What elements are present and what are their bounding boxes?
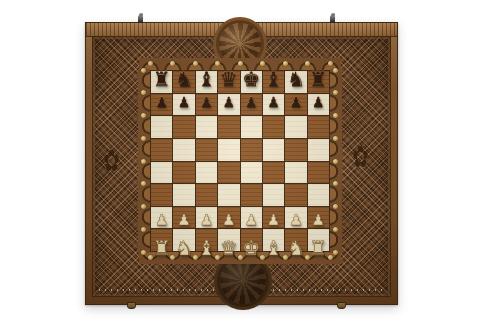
white-pawn: ♟ [200,213,213,228]
square-c7[interactable]: ♟ [196,94,217,116]
black-king: ♚ [242,69,260,89]
brass-pin [141,136,146,141]
rosette-carving-bottom [220,258,266,304]
hinge-icon [330,15,335,23]
brass-pin [260,61,265,66]
brass-pin [193,61,198,66]
square-b5[interactable] [173,139,194,161]
square-b6[interactable] [173,116,194,138]
black-pawn: ♟ [200,95,213,109]
square-c4[interactable] [196,162,217,184]
brass-pin [141,159,146,164]
square-e2[interactable]: ♟ [241,207,262,229]
black-pawn: ♟ [245,95,258,109]
square-d6[interactable] [218,116,239,138]
brass-pin [141,250,146,255]
square-g6[interactable] [285,116,306,138]
square-e7[interactable]: ♟ [241,94,262,116]
palmette-carving-left: ✿ [103,145,120,175]
square-g1[interactable]: ♞ [285,229,306,251]
square-d5[interactable] [218,139,239,161]
square-a8[interactable]: ♜ [151,71,172,93]
brass-pin [333,204,338,209]
square-d4[interactable] [218,162,239,184]
white-queen: ♛ [220,238,238,258]
white-rook: ♜ [153,238,171,258]
square-f7[interactable]: ♟ [263,94,284,116]
chess-grid: ♜♞♝♛♚♝♞♜♟♟♟♟♟♟♟♟♟♟♟♟♟♟♟♟♜♞♝♛♚♝♞♜ [150,70,330,252]
square-h6[interactable] [308,116,329,138]
square-e4[interactable] [241,162,262,184]
white-pawn: ♟ [267,213,280,228]
white-pawn: ♟ [289,213,302,228]
square-g3[interactable] [285,184,306,206]
square-h1[interactable]: ♜ [308,229,329,251]
black-knight: ♞ [287,69,305,89]
clasp-icon [127,302,136,309]
chess-board-box: ✿ ✿ ♜♞♝♛♚♝♞♜♟♟♟♟♟♟♟♟♟♟♟♟♟♟♟♟♜♞♝♛♚♝♞♜ [85,22,398,305]
brass-pin [283,61,288,66]
square-b7[interactable]: ♟ [173,94,194,116]
white-knight: ♞ [287,238,305,258]
square-c2[interactable]: ♟ [196,207,217,229]
square-h2[interactable]: ♟ [308,207,329,229]
brass-pin [170,61,175,66]
square-h3[interactable] [308,184,329,206]
square-c5[interactable] [196,139,217,161]
palmette-carving-right: ✿ [352,141,369,171]
brass-pin [141,204,146,209]
square-f4[interactable] [263,162,284,184]
black-rook: ♜ [309,69,327,89]
white-bishop: ♝ [197,238,215,258]
square-f8[interactable]: ♝ [263,71,284,93]
square-g2[interactable]: ♟ [285,207,306,229]
black-pawn: ♟ [155,95,168,109]
black-pawn: ♟ [267,95,280,109]
brass-pin [141,113,146,118]
brass-pin [328,255,333,260]
black-queen: ♛ [220,69,238,89]
square-f3[interactable] [263,184,284,206]
square-d7[interactable]: ♟ [218,94,239,116]
white-king: ♚ [242,238,260,258]
black-rook: ♜ [153,69,171,89]
square-b1[interactable]: ♞ [173,229,194,251]
hinge-icon [138,15,143,23]
square-e6[interactable] [241,116,262,138]
square-h7[interactable]: ♟ [308,94,329,116]
brass-pin [141,227,146,232]
square-a7[interactable]: ♟ [151,94,172,116]
brass-pin [333,113,338,118]
square-a6[interactable] [151,116,172,138]
square-f1[interactable]: ♝ [263,229,284,251]
square-g4[interactable] [285,162,306,184]
square-a1[interactable]: ♜ [151,229,172,251]
square-g7[interactable]: ♟ [285,94,306,116]
square-d3[interactable] [218,184,239,206]
square-a4[interactable] [151,162,172,184]
brass-pin [238,61,243,66]
square-e3[interactable] [241,184,262,206]
square-c3[interactable] [196,184,217,206]
brass-pin [141,68,146,73]
black-pawn: ♟ [312,95,325,109]
square-a2[interactable]: ♟ [151,207,172,229]
black-pawn: ♟ [290,95,303,109]
white-pawn: ♟ [244,213,257,228]
white-pawn: ♟ [155,213,168,228]
square-c1[interactable]: ♝ [196,229,217,251]
brass-pin [333,68,338,73]
square-h5[interactable] [308,139,329,161]
black-pawn: ♟ [223,95,236,109]
square-d1[interactable]: ♛ [218,229,239,251]
brass-pin [333,136,338,141]
square-b3[interactable] [173,184,194,206]
white-knight: ♞ [175,238,193,258]
square-a3[interactable] [151,184,172,206]
square-f2[interactable]: ♟ [263,207,284,229]
black-bishop: ♝ [197,69,215,89]
brass-pin [333,250,338,255]
square-a5[interactable] [151,139,172,161]
square-b2[interactable]: ♟ [173,207,194,229]
black-knight: ♞ [175,69,193,89]
white-pawn: ♟ [177,213,190,228]
square-h4[interactable] [308,162,329,184]
brass-pin [333,159,338,164]
product-photo-canvas: ✿ ✿ ♜♞♝♛♚♝♞♜♟♟♟♟♟♟♟♟♟♟♟♟♟♟♟♟♜♞♝♛♚♝♞♜ [0,0,480,320]
square-b4[interactable] [173,162,194,184]
square-g8[interactable]: ♞ [285,71,306,93]
brass-pin [333,227,338,232]
white-pawn: ♟ [312,213,325,228]
square-c8[interactable]: ♝ [196,71,217,93]
white-bishop: ♝ [265,238,283,258]
white-rook: ♜ [309,238,327,258]
square-h8[interactable]: ♜ [308,71,329,93]
square-e8[interactable]: ♚ [241,71,262,93]
square-d8[interactable]: ♛ [218,71,239,93]
square-f6[interactable] [263,116,284,138]
square-d2[interactable]: ♟ [218,207,239,229]
square-e5[interactable] [241,139,262,161]
brass-pin [305,61,310,66]
black-pawn: ♟ [178,95,191,109]
black-bishop: ♝ [265,69,283,89]
brass-pin [215,61,220,66]
brass-pin [148,61,153,66]
square-c6[interactable] [196,116,217,138]
clasp-icon [337,302,346,309]
square-g5[interactable] [285,139,306,161]
square-b8[interactable]: ♞ [173,71,194,93]
brass-pin [328,61,333,66]
square-e1[interactable]: ♚ [241,229,262,251]
square-f5[interactable] [263,139,284,161]
white-pawn: ♟ [222,213,235,228]
